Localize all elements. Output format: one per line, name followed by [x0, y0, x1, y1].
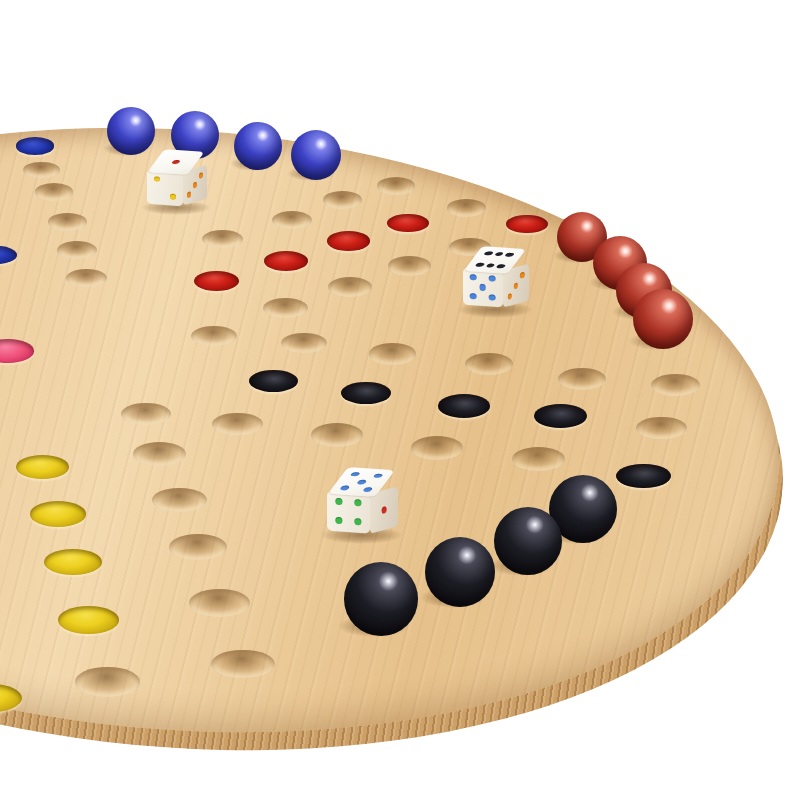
- hole-yellow: [30, 501, 86, 526]
- hole-black: [438, 394, 490, 417]
- die-pip-red: [171, 160, 181, 164]
- hole-plain: [75, 667, 140, 696]
- hole-plain: [152, 488, 207, 513]
- hole-plain: [311, 423, 363, 446]
- hole-plain: [272, 211, 312, 229]
- die-pip-green: [354, 500, 361, 507]
- hole-red: [327, 231, 370, 250]
- die-pip-green: [336, 517, 343, 524]
- die-pip-black: [485, 263, 496, 268]
- board-photo: [0, 0, 800, 800]
- hole-black: [534, 404, 587, 428]
- die-pip-blue: [356, 479, 367, 484]
- hole-yellow: [58, 606, 119, 633]
- hole-plain: [23, 162, 60, 179]
- hole-plain: [189, 589, 250, 616]
- hole-blue: [16, 137, 54, 154]
- hole-plain: [35, 183, 73, 200]
- hole-plain: [447, 199, 486, 217]
- marble-black: [425, 537, 495, 607]
- hole-plain: [465, 353, 513, 375]
- die-left-face: [327, 491, 370, 534]
- hole-yellow: [44, 549, 102, 575]
- die-pip-blue: [339, 485, 350, 490]
- hole-plain: [377, 177, 415, 194]
- die-pip-blue: [489, 295, 496, 302]
- die-pip-orange: [507, 292, 511, 300]
- die-pip-yellow: [154, 176, 160, 182]
- hole-plain: [66, 269, 107, 287]
- hole-plain: [651, 374, 700, 396]
- hole-black: [249, 370, 298, 392]
- die-pip-blue: [372, 473, 383, 478]
- hole-plain: [57, 241, 97, 259]
- marble-blue: [107, 107, 155, 155]
- hole-plain: [212, 413, 263, 436]
- die-pip-yellow: [170, 193, 176, 199]
- die-pip-orange: [188, 192, 192, 199]
- die-pip-blue: [362, 487, 373, 492]
- hole-plain: [636, 417, 687, 440]
- marble-black: [494, 507, 562, 575]
- hole-plain: [133, 442, 186, 466]
- hole-plain: [388, 256, 431, 275]
- hole-plain: [281, 333, 327, 354]
- marble-blue: [291, 130, 341, 180]
- die-left-face: [463, 268, 503, 307]
- hole-plain: [169, 534, 227, 560]
- die-pip-red: [382, 506, 387, 514]
- die-pip-black: [475, 262, 486, 267]
- hole-plain: [512, 447, 565, 471]
- die-pip-blue: [470, 293, 477, 300]
- die-pip-black: [504, 253, 515, 258]
- die-pip-orange: [513, 282, 517, 290]
- die-pip-black: [494, 252, 505, 257]
- die-pip-blue: [470, 274, 477, 281]
- die-pip-black: [483, 251, 494, 256]
- marble-blue: [234, 122, 282, 170]
- hole-black: [616, 464, 671, 489]
- hole-plain: [121, 403, 171, 426]
- hole-plain: [328, 277, 372, 297]
- hole-black: [341, 382, 391, 405]
- die-pip-orange: [520, 271, 524, 279]
- hole-plain: [323, 191, 362, 209]
- die: [325, 468, 401, 537]
- hole-plain: [48, 213, 87, 231]
- die-pip-orange: [193, 182, 197, 189]
- die: [145, 150, 210, 209]
- hole-red: [194, 271, 239, 291]
- hole-plain: [558, 368, 606, 390]
- die-pip-black: [496, 264, 507, 269]
- hole-plain: [263, 298, 308, 318]
- marble-red: [633, 289, 693, 349]
- hole-plain: [202, 230, 243, 248]
- die-pip-blue: [489, 276, 496, 283]
- die-pip-green: [336, 498, 343, 505]
- die-left-face: [147, 169, 183, 205]
- hole-yellow: [16, 455, 69, 479]
- hole-plain: [369, 343, 416, 364]
- hole-plain: [411, 436, 463, 459]
- marble-black: [344, 562, 418, 636]
- die: [461, 247, 532, 311]
- die-pip-blue: [350, 472, 361, 477]
- die-pip-blue: [480, 284, 487, 291]
- die-pip-green: [354, 519, 361, 526]
- hole-red: [264, 251, 308, 271]
- die-pip-orange: [199, 172, 203, 179]
- hole-plain: [191, 326, 237, 347]
- hole-plain: [211, 650, 275, 679]
